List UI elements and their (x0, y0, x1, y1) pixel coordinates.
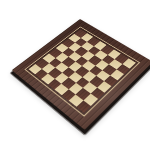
chess-board (12, 19, 150, 130)
board-inlay-border (24, 27, 140, 117)
board-frame (12, 19, 150, 130)
product-photo-scene (0, 0, 150, 150)
